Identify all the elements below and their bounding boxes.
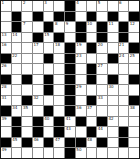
- black-cell: [54, 127, 64, 137]
- clue-number: 39: [2, 117, 7, 121]
- black-cell: [1, 138, 11, 148]
- clue-number: 18: [55, 43, 60, 47]
- clue-number: 12: [130, 22, 135, 26]
- clue-number: 46: [34, 138, 39, 142]
- grid-cell[interactable]: [119, 12, 129, 22]
- clue-number: 36: [76, 106, 81, 110]
- grid-cell[interactable]: 9: [65, 22, 75, 32]
- grid-cell[interactable]: 46: [33, 138, 43, 148]
- black-cell: [87, 64, 97, 74]
- clue-number: 13: [2, 33, 7, 37]
- black-cell: [12, 12, 22, 22]
- grid-cell[interactable]: [97, 106, 107, 116]
- black-cell: [44, 138, 54, 148]
- grid-cell[interactable]: [22, 64, 32, 74]
- grid-cell[interactable]: [44, 43, 54, 53]
- grid-cell[interactable]: [129, 85, 139, 95]
- clue-number: 22: [12, 54, 17, 58]
- black-cell: [76, 117, 86, 127]
- grid-cell[interactable]: 49: [1, 148, 11, 158]
- grid-cell[interactable]: 31: [1, 96, 11, 106]
- grid-cell[interactable]: [54, 75, 64, 85]
- black-cell: [119, 22, 129, 32]
- grid-cell[interactable]: 10: [87, 22, 97, 32]
- black-cell: [33, 12, 43, 22]
- grid-cell[interactable]: 39: [1, 117, 11, 127]
- black-cell: [129, 96, 139, 106]
- clue-number: 44: [98, 127, 103, 131]
- black-cell: [129, 12, 139, 22]
- grid-cell[interactable]: [97, 12, 107, 22]
- grid-cell[interactable]: [97, 148, 107, 158]
- grid-cell[interactable]: [87, 117, 97, 127]
- clue-number: 3: [44, 1, 47, 5]
- black-cell: [12, 117, 22, 127]
- grid-cell[interactable]: [119, 148, 129, 158]
- grid-cell[interactable]: 38: [129, 106, 139, 116]
- grid-cell[interactable]: 47: [54, 138, 64, 148]
- clue-number: 23: [76, 54, 81, 58]
- black-cell: [65, 43, 75, 53]
- grid-cell[interactable]: 3: [44, 1, 54, 11]
- clue-number: 16: [2, 43, 7, 47]
- clue-number: 24: [119, 54, 124, 58]
- grid-cell[interactable]: [119, 64, 129, 74]
- clue-number: 4: [76, 1, 79, 5]
- black-cell: [44, 75, 54, 85]
- grid-cell[interactable]: 14: [12, 33, 22, 43]
- grid-cell[interactable]: [22, 148, 32, 158]
- grid-cell[interactable]: [54, 148, 64, 158]
- grid-cell[interactable]: [33, 1, 43, 11]
- grid-cell[interactable]: [119, 85, 129, 95]
- grid-cell[interactable]: [108, 138, 118, 148]
- grid-cell[interactable]: 32: [33, 96, 43, 106]
- grid-cell[interactable]: [1, 127, 11, 137]
- black-cell: [119, 127, 129, 137]
- grid-cell[interactable]: 37: [87, 106, 97, 116]
- grid-cell[interactable]: 23: [76, 54, 86, 64]
- grid-cell[interactable]: [54, 106, 64, 116]
- clue-number: 42: [108, 117, 113, 121]
- grid-cell[interactable]: [33, 148, 43, 158]
- grid-cell[interactable]: [12, 75, 22, 85]
- grid-cell[interactable]: [22, 127, 32, 137]
- grid-cell[interactable]: 35: [22, 106, 32, 116]
- grid-cell[interactable]: 19: [76, 43, 86, 53]
- grid-cell[interactable]: 6: [119, 1, 129, 11]
- grid-cell[interactable]: [97, 85, 107, 95]
- black-cell: [22, 96, 32, 106]
- black-cell: [1, 54, 11, 64]
- grid-cell[interactable]: 28: [1, 85, 11, 95]
- grid-cell[interactable]: [97, 75, 107, 85]
- grid-cell[interactable]: 29: [76, 85, 86, 95]
- grid-cell[interactable]: 50: [76, 148, 86, 158]
- grid-cell[interactable]: 40: [44, 117, 54, 127]
- grid-cell[interactable]: [65, 33, 75, 43]
- clue-number: 50: [76, 148, 81, 152]
- grid-cell[interactable]: [87, 54, 97, 64]
- black-cell: [22, 138, 32, 148]
- black-cell: [65, 12, 75, 22]
- clue-number: 41: [66, 117, 71, 121]
- black-cell: [44, 54, 54, 64]
- grid-cell[interactable]: [97, 54, 107, 64]
- grid-cell[interactable]: [129, 127, 139, 137]
- black-cell: [12, 22, 22, 32]
- black-cell: [129, 75, 139, 85]
- grid-cell[interactable]: 20: [97, 43, 107, 53]
- grid-cell[interactable]: 13: [1, 33, 11, 43]
- clue-number: 1: [2, 1, 5, 5]
- clue-number: 37: [87, 106, 92, 110]
- grid-cell[interactable]: 48: [87, 138, 97, 148]
- grid-cell[interactable]: [108, 148, 118, 158]
- grid-cell[interactable]: [108, 127, 118, 137]
- grid-cell[interactable]: [129, 33, 139, 43]
- grid-cell[interactable]: [33, 22, 43, 32]
- grid-cell[interactable]: [76, 75, 86, 85]
- clue-number: 5: [98, 1, 101, 5]
- black-cell: [97, 33, 107, 43]
- grid-cell[interactable]: [129, 64, 139, 74]
- grid-cell[interactable]: [129, 117, 139, 127]
- clue-number: 30: [108, 85, 113, 89]
- grid-cell[interactable]: [129, 1, 139, 11]
- grid-cell[interactable]: [22, 12, 32, 22]
- grid-cell[interactable]: [12, 96, 22, 106]
- black-cell: [108, 54, 118, 64]
- black-cell: [1, 75, 11, 85]
- clue-number: 2: [23, 1, 26, 5]
- grid-cell[interactable]: [12, 85, 22, 95]
- grid-cell[interactable]: 2: [22, 1, 32, 11]
- clue-number: 11: [108, 22, 113, 26]
- grid-cell[interactable]: [119, 117, 129, 127]
- grid-cell[interactable]: [44, 148, 54, 158]
- clue-number: 47: [55, 138, 60, 142]
- black-cell: [33, 33, 43, 43]
- grid-cell[interactable]: 18: [54, 43, 64, 53]
- grid-cell[interactable]: 27: [97, 64, 107, 74]
- black-cell: [76, 138, 86, 148]
- clue-number: 14: [12, 33, 17, 37]
- clue-number: 19: [76, 43, 81, 47]
- clue-number: 17: [34, 43, 39, 47]
- grid-cell[interactable]: [108, 106, 118, 116]
- black-cell: [65, 96, 75, 106]
- grid-cell[interactable]: [44, 127, 54, 137]
- grid-cell[interactable]: [87, 1, 97, 11]
- black-cell: [65, 75, 75, 85]
- grid-cell[interactable]: 36: [76, 106, 86, 116]
- clue-number: 33: [98, 96, 103, 100]
- black-cell: [76, 22, 86, 32]
- clue-number: 10: [87, 22, 92, 26]
- grid-cell[interactable]: 41: [65, 117, 75, 127]
- grid-cell[interactable]: 26: [1, 64, 11, 74]
- grid-cell[interactable]: 1: [1, 1, 11, 11]
- clue-number: 48: [87, 138, 92, 142]
- grid-cell[interactable]: 30: [108, 85, 118, 95]
- clue-number: 26: [2, 64, 7, 68]
- clue-number: 6: [119, 1, 122, 5]
- grid-cell[interactable]: [12, 64, 22, 74]
- black-cell: [87, 12, 97, 22]
- black-cell: [12, 127, 22, 137]
- black-cell: [119, 138, 129, 148]
- black-cell: [54, 33, 64, 43]
- black-cell: [87, 96, 97, 106]
- clue-number: 28: [2, 85, 7, 89]
- grid-cell[interactable]: 45: [12, 138, 22, 148]
- black-cell: [54, 117, 64, 127]
- grid-cell[interactable]: [12, 148, 22, 158]
- grid-cell[interactable]: [119, 106, 129, 116]
- grid-cell[interactable]: [22, 54, 32, 64]
- clue-number: 31: [2, 96, 7, 100]
- crossword-grid: 1234567891011121314151617181920212223242…: [0, 0, 140, 159]
- grid-cell[interactable]: [54, 85, 64, 95]
- black-cell: [1, 106, 11, 116]
- black-cell: [65, 148, 75, 158]
- black-cell: [65, 64, 75, 74]
- grid-cell[interactable]: [33, 75, 43, 85]
- black-cell: [97, 138, 107, 148]
- grid-cell[interactable]: [76, 12, 86, 22]
- grid-cell[interactable]: 17: [33, 43, 43, 53]
- grid-cell[interactable]: 8: [54, 22, 64, 32]
- black-cell: [44, 22, 54, 32]
- clue-number: 49: [2, 148, 7, 152]
- grid-cell[interactable]: [22, 33, 32, 43]
- clue-number: 27: [98, 64, 103, 68]
- grid-cell[interactable]: [129, 138, 139, 148]
- grid-cell[interactable]: [87, 33, 97, 43]
- grid-cell[interactable]: [108, 64, 118, 74]
- black-cell: [22, 75, 32, 85]
- grid-cell[interactable]: [87, 148, 97, 158]
- clue-number: 38: [130, 106, 135, 110]
- grid-cell[interactable]: [33, 64, 43, 74]
- clue-number: 8: [55, 22, 58, 26]
- grid-cell[interactable]: 24: [119, 54, 129, 64]
- clue-number: 20: [98, 43, 103, 47]
- black-cell: [33, 127, 43, 137]
- clue-number: 43: [66, 127, 71, 131]
- grid-cell[interactable]: [22, 43, 32, 53]
- grid-cell[interactable]: 34: [12, 106, 22, 116]
- grid-cell[interactable]: [33, 54, 43, 64]
- grid-cell[interactable]: [108, 33, 118, 43]
- black-cell: [97, 117, 107, 127]
- clue-number: 34: [12, 106, 17, 110]
- clue-number: 21: [119, 43, 124, 47]
- grid-cell[interactable]: 16: [1, 43, 11, 53]
- clue-number: 15: [44, 33, 49, 37]
- grid-cell[interactable]: [33, 85, 43, 95]
- grid-cell[interactable]: [54, 64, 64, 74]
- black-cell: [65, 54, 75, 64]
- clue-number: 35: [23, 106, 28, 110]
- grid-cell[interactable]: [76, 127, 86, 137]
- black-cell: [65, 106, 75, 116]
- black-cell: [108, 75, 118, 85]
- grid-cell[interactable]: 42: [108, 117, 118, 127]
- black-cell: [65, 1, 75, 11]
- grid-cell[interactable]: [12, 1, 22, 11]
- black-cell: [54, 12, 64, 22]
- clue-number: 40: [44, 117, 49, 121]
- grid-cell[interactable]: [76, 96, 86, 106]
- grid-cell[interactable]: [129, 148, 139, 158]
- black-cell: [87, 43, 97, 53]
- black-cell: [76, 33, 86, 43]
- grid-cell[interactable]: [22, 85, 32, 95]
- grid-cell[interactable]: [108, 1, 118, 11]
- grid-cell[interactable]: [76, 64, 86, 74]
- grid-cell[interactable]: [54, 1, 64, 11]
- black-cell: [65, 138, 75, 148]
- black-cell: [87, 75, 97, 85]
- grid-cell[interactable]: 12: [129, 22, 139, 32]
- grid-cell[interactable]: [108, 43, 118, 53]
- black-cell: [65, 85, 75, 95]
- black-cell: [97, 22, 107, 32]
- black-cell: [108, 12, 118, 22]
- grid-cell[interactable]: 44: [97, 127, 107, 137]
- black-cell: [87, 127, 97, 137]
- grid-cell[interactable]: 7: [22, 22, 32, 32]
- grid-cell[interactable]: 15: [44, 33, 54, 43]
- grid-cell[interactable]: [119, 75, 129, 85]
- black-cell: [44, 85, 54, 95]
- grid-cell[interactable]: 5: [97, 1, 107, 11]
- grid-cell[interactable]: 4: [76, 1, 86, 11]
- grid-cell[interactable]: [54, 96, 64, 106]
- grid-cell[interactable]: 43: [65, 127, 75, 137]
- grid-cell[interactable]: 11: [108, 22, 118, 32]
- clue-number: 25: [130, 54, 135, 58]
- grid-cell[interactable]: [1, 12, 11, 22]
- grid-cell[interactable]: [33, 106, 43, 116]
- black-cell: [119, 33, 129, 43]
- grid-cell[interactable]: [54, 54, 64, 64]
- grid-cell[interactable]: [44, 96, 54, 106]
- grid-cell[interactable]: [1, 22, 11, 32]
- clue-number: 9: [66, 22, 69, 26]
- clue-number: 45: [12, 138, 17, 142]
- grid-cell[interactable]: 21: [119, 43, 129, 53]
- grid-cell[interactable]: 22: [12, 54, 22, 64]
- black-cell: [129, 43, 139, 53]
- grid-cell[interactable]: 25: [129, 54, 139, 64]
- grid-cell[interactable]: [108, 96, 118, 106]
- grid-cell[interactable]: [12, 43, 22, 53]
- grid-cell[interactable]: [44, 12, 54, 22]
- clue-number: 32: [34, 96, 39, 100]
- grid-cell[interactable]: [22, 117, 32, 127]
- grid-cell[interactable]: [44, 64, 54, 74]
- grid-cell[interactable]: [119, 96, 129, 106]
- clue-number: 29: [76, 85, 81, 89]
- black-cell: [44, 106, 54, 116]
- clue-number: 7: [23, 22, 26, 26]
- grid-cell[interactable]: 33: [97, 96, 107, 106]
- black-cell: [33, 117, 43, 127]
- grid-cell[interactable]: [87, 85, 97, 95]
